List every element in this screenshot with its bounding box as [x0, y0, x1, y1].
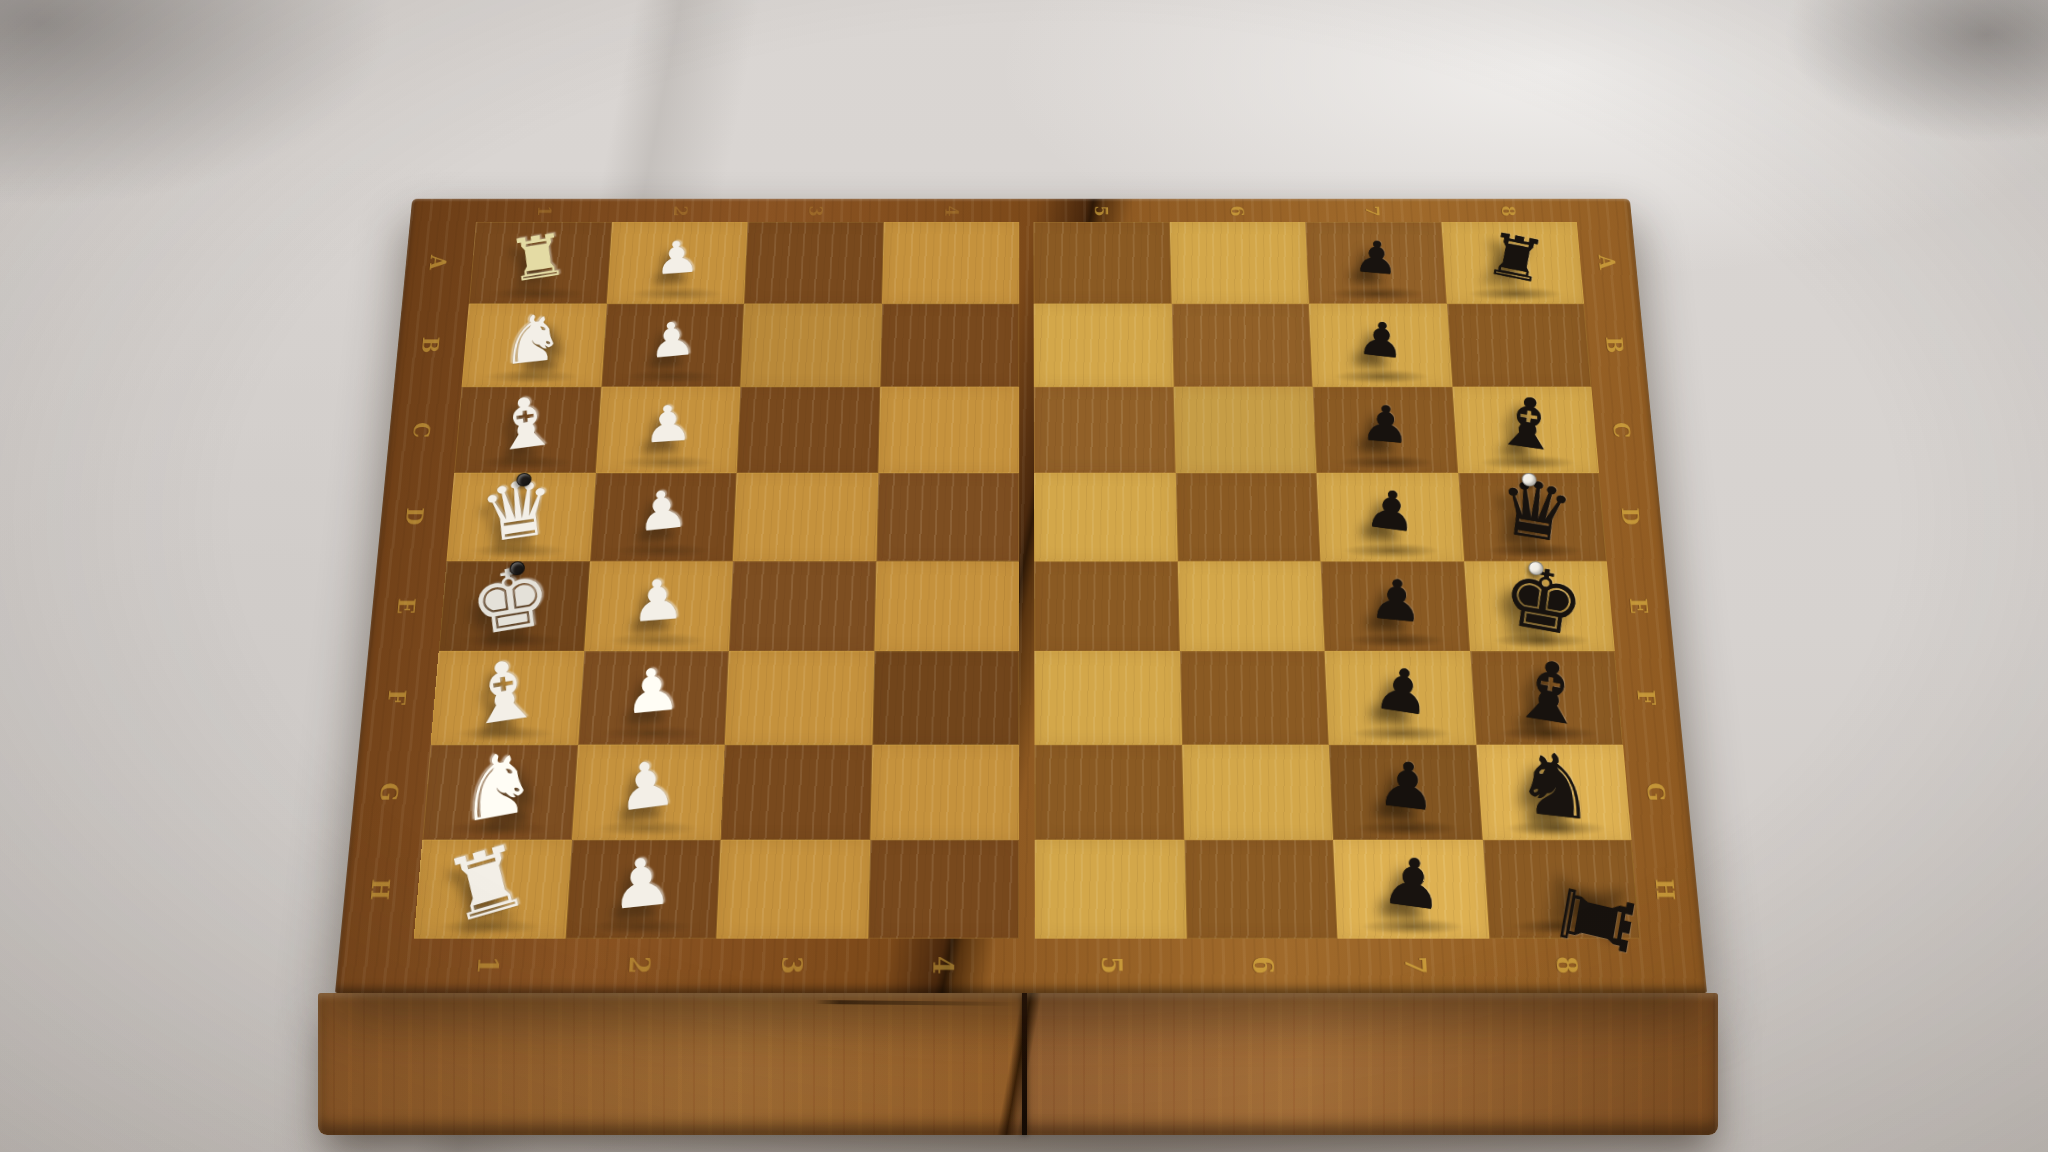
label-file-left-text-7: H [364, 878, 395, 900]
piece-white-knight-b1[interactable]: ♞ [462, 303, 607, 387]
square-h7[interactable]: ♟ [1333, 840, 1489, 938]
label-file-right-2: C [1599, 387, 1646, 473]
label-rank-bottom-0: 1 [409, 942, 564, 989]
finial-dot [1528, 561, 1544, 575]
white-bishop-glyph: ♝ [462, 649, 547, 737]
square-a1[interactable]: ♜ [469, 222, 612, 303]
hinge-seam [1019, 222, 1035, 939]
label-rank-bottom-text-3: 4 [927, 956, 958, 974]
square-a3[interactable] [744, 222, 883, 303]
piece-black-pawn-g7[interactable]: ♟ [1329, 745, 1483, 841]
black-pawn-glyph: ♟ [1371, 661, 1434, 725]
square-f5[interactable] [1034, 652, 1181, 745]
white-pawn-glyph: ♟ [634, 484, 690, 539]
square-d8[interactable]: ♛ [1458, 473, 1607, 561]
label-rank-bottom-text-7: 8 [1550, 956, 1582, 974]
square-e6[interactable] [1177, 561, 1324, 652]
square-c4[interactable] [878, 387, 1019, 473]
square-c2[interactable]: ♟ [595, 387, 740, 473]
label-rank-bottom-5: 6 [1186, 942, 1339, 989]
square-e4[interactable] [874, 561, 1019, 652]
label-rank-bottom-3: 4 [867, 942, 1019, 989]
label-rank-top-5: 6 [1169, 200, 1305, 221]
square-h1[interactable]: ♜ [414, 840, 572, 938]
label-file-right-text-2: C [1608, 422, 1636, 438]
square-d7[interactable]: ♟ [1316, 473, 1463, 561]
board-front-face [318, 993, 1718, 1135]
square-b3[interactable] [740, 303, 881, 387]
square-b2[interactable]: ♟ [601, 303, 744, 387]
label-file-left-text-5: F [383, 690, 412, 705]
square-b5[interactable] [1034, 303, 1174, 387]
black-pawn-glyph: ♟ [1353, 235, 1401, 281]
square-f6[interactable] [1179, 652, 1328, 745]
finial-dot [1521, 473, 1537, 486]
piece-white-pawn-a2[interactable]: ♟ [606, 222, 747, 303]
label-rank-bottom-text-4: 5 [1095, 956, 1126, 974]
label-rank-bottom-6: 7 [1338, 942, 1492, 989]
square-d1[interactable]: ♛ [446, 473, 595, 561]
label-rank-bottom-text-0: 1 [471, 956, 503, 974]
black-rook-glyph: ♜ [1481, 225, 1550, 290]
square-c7[interactable]: ♟ [1313, 387, 1458, 473]
piece-white-knight-g1[interactable]: ♞ [422, 745, 577, 841]
square-a6[interactable] [1169, 222, 1309, 303]
label-rank-top-text-0: 1 [534, 205, 556, 216]
square-g4[interactable] [870, 745, 1019, 841]
label-rank-top-text-7: 8 [1497, 205, 1519, 216]
label-file-left-text-0: A [424, 255, 451, 270]
black-pawn-glyph: ♟ [1356, 316, 1407, 365]
square-g5[interactable] [1035, 745, 1184, 841]
piece-black-pawn-e7[interactable]: ♟ [1320, 561, 1469, 652]
square-a8[interactable]: ♜ [1441, 222, 1584, 303]
label-rank-bottom-2: 3 [714, 942, 867, 989]
square-g7[interactable]: ♟ [1329, 745, 1483, 841]
white-rook-glyph: ♜ [505, 226, 571, 289]
square-d2[interactable]: ♟ [590, 473, 737, 561]
rank-labels-top: 12345678 [476, 200, 1577, 221]
piece-black-pawn-h7[interactable]: ♟ [1333, 840, 1489, 938]
piece-black-rook-a8[interactable]: ♜ [1441, 222, 1584, 303]
label-rank-top-text-3: 4 [941, 205, 962, 216]
label-rank-bottom-text-6: 7 [1399, 956, 1431, 974]
piece-black-bishop-f8[interactable]: ♝ [1470, 652, 1623, 745]
square-g2[interactable]: ♟ [571, 745, 724, 841]
label-rank-top-0: 1 [476, 200, 613, 221]
square-h6[interactable] [1184, 840, 1338, 938]
label-file-right-text-5: F [1632, 690, 1661, 705]
label-file-left-6: G [364, 745, 414, 841]
square-f1[interactable]: ♝ [431, 652, 584, 745]
square-e8[interactable]: ♚ [1464, 561, 1615, 652]
square-b4[interactable] [880, 303, 1019, 387]
white-knight-glyph: ♞ [451, 740, 542, 835]
square-a4[interactable] [882, 222, 1020, 303]
label-file-right-text-1: B [1600, 337, 1628, 353]
label-file-left-2: C [399, 387, 446, 473]
piece-white-pawn-e2[interactable]: ♟ [584, 561, 733, 652]
square-e7[interactable]: ♟ [1320, 561, 1469, 652]
rank-labels-bottom: 12345678 [409, 942, 1644, 989]
square-e5[interactable] [1034, 561, 1179, 652]
label-file-left-0: A [415, 222, 460, 303]
piece-black-bishop-c8[interactable]: ♝ [1452, 387, 1599, 473]
piece-white-bishop-c1[interactable]: ♝ [454, 387, 601, 473]
chess-board-wrap: 12345678 12345678 ABCDEFGH ABCDEFGH ♜♟♟♜… [335, 199, 1707, 993]
square-g1[interactable]: ♞ [422, 745, 577, 841]
piece-black-queen-d8[interactable]: ♛ [1458, 473, 1607, 561]
label-file-right-1: B [1591, 303, 1637, 387]
label-file-left-7: H [354, 840, 404, 938]
square-a5[interactable] [1033, 222, 1171, 303]
chess-board: ♜♟♟♜♞♟♟♝♟♟♝♛♟♟♛♚♟♟♚♝♟♟♝♞♟♟♞♜♟♟♜ [414, 222, 1640, 939]
square-c6[interactable] [1173, 387, 1316, 473]
piece-white-pawn-h2[interactable]: ♟ [565, 840, 721, 938]
square-b6[interactable] [1171, 303, 1312, 387]
piece-black-pawn-a7[interactable]: ♟ [1305, 222, 1446, 303]
label-rank-top-4: 5 [1033, 200, 1169, 221]
white-rook-glyph: ♜ [437, 834, 535, 936]
white-pawn-glyph: ♟ [647, 316, 697, 365]
square-b7[interactable]: ♟ [1309, 303, 1452, 387]
label-rank-top-text-5: 6 [1226, 205, 1248, 216]
label-file-right-0: A [1584, 222, 1629, 303]
label-rank-top-text-4: 5 [1091, 205, 1112, 216]
white-pawn-glyph: ♟ [653, 235, 700, 280]
piece-white-rook-h1[interactable]: ♜ [414, 840, 572, 938]
piece-white-queen-d1[interactable]: ♛ [446, 473, 595, 561]
label-rank-top-2: 3 [748, 200, 884, 221]
black-pawn-glyph: ♟ [1367, 572, 1424, 630]
square-h5[interactable] [1035, 840, 1187, 938]
white-pawn-glyph: ♟ [630, 572, 686, 629]
black-bishop-glyph: ♝ [1490, 388, 1565, 462]
square-d5[interactable] [1034, 473, 1177, 561]
label-file-left-text-2: C [408, 422, 436, 438]
square-e1[interactable]: ♚ [439, 561, 590, 652]
black-pawn-glyph: ♟ [1363, 484, 1420, 540]
black-knight-glyph: ♞ [1513, 742, 1598, 832]
piece-white-pawn-d2[interactable]: ♟ [590, 473, 737, 561]
square-e2[interactable]: ♟ [584, 561, 733, 652]
label-file-left-text-4: E [391, 598, 420, 614]
white-knight-glyph: ♞ [498, 306, 567, 374]
piece-black-pawn-d7[interactable]: ♟ [1316, 473, 1463, 561]
white-pawn-glyph: ♟ [642, 400, 693, 450]
square-a2[interactable]: ♟ [606, 222, 747, 303]
piece-white-pawn-f2[interactable]: ♟ [578, 652, 729, 745]
label-file-right-text-0: A [1593, 255, 1620, 270]
square-f2[interactable]: ♟ [578, 652, 729, 745]
piece-white-pawn-c2[interactable]: ♟ [595, 387, 740, 473]
white-pawn-glyph: ♟ [614, 753, 679, 820]
label-rank-top-text-2: 3 [805, 205, 827, 216]
label-file-left-4: E [382, 561, 430, 652]
piece-white-rook-a1[interactable]: ♜ [469, 222, 612, 303]
piece-white-bishop-f1[interactable]: ♝ [431, 652, 584, 745]
label-rank-bottom-text-2: 3 [775, 956, 806, 974]
label-rank-bottom-1: 2 [562, 942, 716, 989]
square-c5[interactable] [1034, 387, 1175, 473]
label-rank-top-text-1: 2 [669, 205, 691, 216]
square-e3[interactable] [729, 561, 876, 652]
piece-white-pawn-g2[interactable]: ♟ [571, 745, 724, 841]
square-h4[interactable] [868, 840, 1019, 938]
piece-black-king-e8[interactable]: ♚ [1464, 561, 1615, 652]
label-rank-bottom-text-5: 6 [1247, 956, 1279, 974]
label-rank-top-text-6: 7 [1361, 205, 1383, 216]
piece-black-pawn-b7[interactable]: ♟ [1309, 303, 1452, 387]
label-rank-top-6: 7 [1304, 200, 1441, 221]
label-file-right-text-6: G [1640, 783, 1670, 802]
square-d4[interactable] [876, 473, 1019, 561]
square-c8[interactable]: ♝ [1452, 387, 1599, 473]
label-file-left-5: F [373, 652, 422, 745]
square-d3[interactable] [733, 473, 878, 561]
label-rank-top-1: 2 [612, 200, 749, 221]
label-file-right-3: D [1606, 473, 1653, 561]
white-bishop-glyph: ♝ [489, 388, 563, 461]
white-pawn-glyph: ♟ [622, 662, 682, 723]
square-a7[interactable]: ♟ [1305, 222, 1446, 303]
piece-black-pawn-f7[interactable]: ♟ [1325, 652, 1476, 745]
label-rank-bottom-4: 5 [1035, 942, 1187, 989]
square-b8[interactable] [1446, 303, 1591, 387]
white-pawn-glyph: ♟ [609, 849, 674, 918]
square-h3[interactable] [716, 840, 869, 938]
label-file-left-3: D [390, 473, 437, 561]
square-c3[interactable] [737, 387, 880, 473]
square-g8[interactable]: ♞ [1476, 745, 1632, 841]
square-c1[interactable]: ♝ [454, 387, 601, 473]
piece-black-knight-g8[interactable]: ♞ [1476, 745, 1632, 841]
piece-white-king-e1[interactable]: ♚ [439, 561, 590, 652]
piece-black-rook-h8[interactable]: ♜ [1482, 840, 1640, 938]
label-file-left-1: B [407, 303, 453, 387]
square-f8[interactable]: ♝ [1470, 652, 1623, 745]
black-bishop-glyph: ♝ [1506, 648, 1592, 737]
square-g6[interactable] [1182, 745, 1333, 841]
square-f3[interactable] [725, 652, 874, 745]
square-d6[interactable] [1175, 473, 1320, 561]
black-pawn-glyph: ♟ [1360, 399, 1411, 450]
black-pawn-glyph: ♟ [1375, 754, 1438, 820]
label-rank-top-7: 8 [1440, 200, 1577, 221]
square-h2[interactable]: ♟ [565, 840, 721, 938]
label-rank-bottom-text-1: 2 [623, 956, 655, 974]
piece-black-pawn-c7[interactable]: ♟ [1313, 387, 1458, 473]
label-file-left-text-1: B [416, 337, 444, 353]
label-file-left-text-3: D [400, 508, 429, 526]
label-file-right-text-3: D [1616, 508, 1645, 526]
label-file-left-text-6: G [374, 783, 404, 802]
label-rank-top-3: 4 [883, 200, 1019, 221]
square-g3[interactable] [721, 745, 872, 841]
square-b1[interactable]: ♞ [462, 303, 607, 387]
black-pawn-glyph: ♟ [1379, 848, 1446, 919]
square-h8[interactable]: ♜ [1482, 840, 1640, 938]
piece-white-pawn-b2[interactable]: ♟ [601, 303, 744, 387]
square-f4[interactable] [872, 652, 1019, 745]
square-f7[interactable]: ♟ [1325, 652, 1476, 745]
label-file-right-text-4: E [1624, 598, 1653, 614]
